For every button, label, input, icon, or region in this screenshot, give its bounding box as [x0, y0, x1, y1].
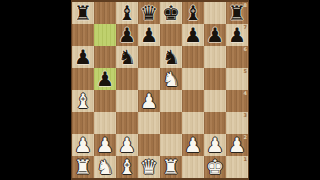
white-pawn-g2[interactable]: ♟	[204, 134, 226, 156]
square-b4[interactable]	[94, 90, 116, 112]
square-e8[interactable]: ♚	[160, 2, 182, 24]
white-rook-e1[interactable]: ♜	[160, 156, 182, 178]
square-f4[interactable]	[182, 90, 204, 112]
square-d3[interactable]	[138, 112, 160, 134]
letterbox-left	[0, 0, 71, 180]
white-pawn-f2[interactable]: ♟	[182, 134, 204, 156]
white-queen-d1[interactable]: ♛	[138, 156, 160, 178]
white-pawn-c2[interactable]: ♟	[116, 134, 138, 156]
black-bishop-c8[interactable]: ♝	[116, 2, 138, 24]
square-c6[interactable]: ♞	[116, 46, 138, 68]
square-c4[interactable]	[116, 90, 138, 112]
square-d5[interactable]	[138, 68, 160, 90]
black-pawn-d7[interactable]: ♟	[138, 24, 160, 46]
square-d4[interactable]: ♟	[138, 90, 160, 112]
square-d1[interactable]: ♛	[138, 156, 160, 178]
square-b5[interactable]: ♟	[94, 68, 116, 90]
rank-label-3: 3	[244, 112, 247, 118]
square-c5[interactable]	[116, 68, 138, 90]
square-f5[interactable]	[182, 68, 204, 90]
square-b8[interactable]	[94, 2, 116, 24]
black-pawn-a6[interactable]: ♟	[72, 46, 94, 68]
black-pawn-h7[interactable]: ♟	[226, 24, 248, 46]
square-a1[interactable]: ♜	[72, 156, 94, 178]
square-f2[interactable]: ♟	[182, 134, 204, 156]
square-f1[interactable]	[182, 156, 204, 178]
square-g2[interactable]: ♟	[204, 134, 226, 156]
square-d8[interactable]: ♛	[138, 2, 160, 24]
square-a3[interactable]	[72, 112, 94, 134]
square-h7[interactable]: 7♟	[226, 24, 248, 46]
white-pawn-a2[interactable]: ♟	[72, 134, 94, 156]
chess-board[interactable]: ♜♝♛♚♝8♜♟♟♟♟7♟♟♞♞6♟♞5♝♟43♟♟♟♟♟2♟♜♞♝♛♜♚1	[72, 2, 248, 178]
square-c3[interactable]	[116, 112, 138, 134]
square-g8[interactable]	[204, 2, 226, 24]
square-b7[interactable]	[94, 24, 116, 46]
square-f8[interactable]: ♝	[182, 2, 204, 24]
black-pawn-c7[interactable]: ♟	[116, 24, 138, 46]
black-king-e8[interactable]: ♚	[160, 2, 182, 24]
white-pawn-d4[interactable]: ♟	[138, 90, 160, 112]
square-c7[interactable]: ♟	[116, 24, 138, 46]
square-c8[interactable]: ♝	[116, 2, 138, 24]
square-e4[interactable]	[160, 90, 182, 112]
square-h2[interactable]: 2♟	[226, 134, 248, 156]
board-frame: ♜♝♛♚♝8♜♟♟♟♟7♟♟♞♞6♟♞5♝♟43♟♟♟♟♟2♟♜♞♝♛♜♚1	[71, 0, 249, 180]
square-h3[interactable]: 3	[226, 112, 248, 134]
square-e6[interactable]: ♞	[160, 46, 182, 68]
rank-label-5: 5	[244, 68, 247, 74]
square-b3[interactable]	[94, 112, 116, 134]
white-knight-b1[interactable]: ♞	[94, 156, 116, 178]
white-rook-a1[interactable]: ♜	[72, 156, 94, 178]
rank-label-1: 1	[244, 156, 247, 162]
square-d6[interactable]	[138, 46, 160, 68]
square-d2[interactable]	[138, 134, 160, 156]
white-bishop-a4[interactable]: ♝	[72, 90, 94, 112]
square-f7[interactable]: ♟	[182, 24, 204, 46]
white-king-g1[interactable]: ♚	[204, 156, 226, 178]
black-pawn-f7[interactable]: ♟	[182, 24, 204, 46]
square-g3[interactable]	[204, 112, 226, 134]
square-h5[interactable]: 5	[226, 68, 248, 90]
black-bishop-f8[interactable]: ♝	[182, 2, 204, 24]
square-a8[interactable]: ♜	[72, 2, 94, 24]
white-pawn-b2[interactable]: ♟	[94, 134, 116, 156]
square-c2[interactable]: ♟	[116, 134, 138, 156]
square-e5[interactable]: ♞	[160, 68, 182, 90]
rank-label-6: 6	[244, 46, 247, 52]
square-g6[interactable]	[204, 46, 226, 68]
square-h1[interactable]: 1	[226, 156, 248, 178]
letterbox-right	[249, 0, 320, 180]
black-pawn-g7[interactable]: ♟	[204, 24, 226, 46]
square-b1[interactable]: ♞	[94, 156, 116, 178]
black-rook-a8[interactable]: ♜	[72, 2, 94, 24]
screenshot-root: ♜♝♛♚♝8♜♟♟♟♟7♟♟♞♞6♟♞5♝♟43♟♟♟♟♟2♟♜♞♝♛♜♚1	[0, 0, 320, 180]
rank-label-4: 4	[244, 90, 247, 96]
black-knight-e6[interactable]: ♞	[160, 46, 182, 68]
black-queen-d8[interactable]: ♛	[138, 2, 160, 24]
black-knight-c6[interactable]: ♞	[116, 46, 138, 68]
square-h4[interactable]: 4	[226, 90, 248, 112]
square-e1[interactable]: ♜	[160, 156, 182, 178]
square-h8[interactable]: 8♜	[226, 2, 248, 24]
square-a7[interactable]	[72, 24, 94, 46]
white-knight-e5[interactable]: ♞	[160, 68, 182, 90]
square-a4[interactable]: ♝	[72, 90, 94, 112]
square-e3[interactable]	[160, 112, 182, 134]
square-a6[interactable]: ♟	[72, 46, 94, 68]
white-bishop-c1[interactable]: ♝	[116, 156, 138, 178]
square-g1[interactable]: ♚	[204, 156, 226, 178]
black-rook-h8[interactable]: ♜	[226, 2, 248, 24]
white-pawn-h2[interactable]: ♟	[226, 134, 248, 156]
square-e7[interactable]	[160, 24, 182, 46]
square-d7[interactable]: ♟	[138, 24, 160, 46]
square-b6[interactable]	[94, 46, 116, 68]
square-g7[interactable]: ♟	[204, 24, 226, 46]
square-a5[interactable]	[72, 68, 94, 90]
black-pawn-b5[interactable]: ♟	[94, 68, 116, 90]
square-g4[interactable]	[204, 90, 226, 112]
square-f6[interactable]	[182, 46, 204, 68]
square-c1[interactable]: ♝	[116, 156, 138, 178]
square-g5[interactable]	[204, 68, 226, 90]
square-b2[interactable]: ♟	[94, 134, 116, 156]
square-e2[interactable]	[160, 134, 182, 156]
square-h6[interactable]: 6	[226, 46, 248, 68]
square-f3[interactable]	[182, 112, 204, 134]
square-a2[interactable]: ♟	[72, 134, 94, 156]
